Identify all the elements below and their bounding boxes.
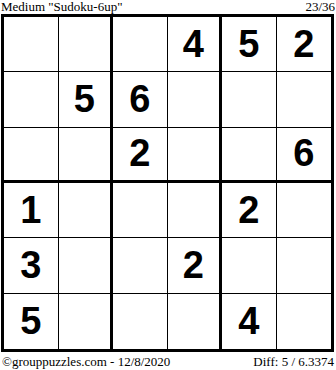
given-cell-r2c2: 5	[59, 72, 114, 127]
given-cell-r6c5: 4	[222, 294, 277, 349]
empty-cell-r6c4[interactable]	[168, 294, 223, 349]
given-cell-r5c4: 2	[168, 238, 223, 293]
empty-cell-r3c5[interactable]	[222, 128, 277, 183]
empty-cell-r1c2[interactable]	[59, 17, 114, 72]
empty-cell-r4c4[interactable]	[168, 183, 223, 238]
empty-cell-r6c2[interactable]	[59, 294, 114, 349]
given-digit: 2	[183, 244, 204, 287]
empty-cell-r6c3[interactable]	[113, 294, 168, 349]
empty-cell-r3c4[interactable]	[168, 128, 223, 183]
difficulty-text: Diff: 5 / 6.3374	[253, 354, 334, 369]
empty-cell-r4c3[interactable]	[113, 183, 168, 238]
empty-cell-r6c6[interactable]	[277, 294, 332, 349]
empty-cell-r4c2[interactable]	[59, 183, 114, 238]
given-cell-r4c5: 2	[222, 183, 277, 238]
empty-cell-r3c2[interactable]	[59, 128, 114, 183]
given-cell-r1c5: 5	[222, 17, 277, 72]
given-digit: 2	[238, 189, 259, 232]
given-digit: 5	[238, 23, 259, 66]
empty-cell-r1c1[interactable]	[4, 17, 59, 72]
empty-cell-r1c3[interactable]	[113, 17, 168, 72]
given-cell-r2c3: 6	[113, 72, 168, 127]
empty-cell-r3c1[interactable]	[4, 128, 59, 183]
empty-cell-r5c2[interactable]	[59, 238, 114, 293]
given-cell-r3c3: 2	[113, 128, 168, 183]
empty-cell-r2c1[interactable]	[4, 72, 59, 127]
given-digit: 6	[129, 78, 150, 121]
given-digit: 3	[20, 244, 41, 287]
given-cell-r3c6: 6	[277, 128, 332, 183]
empty-cell-r5c5[interactable]	[222, 238, 277, 293]
sudoku-grid: 4525626123254	[1, 14, 334, 352]
given-digit: 4	[238, 300, 259, 343]
empty-cell-r2c4[interactable]	[168, 72, 223, 127]
puzzle-counter: 23/36	[305, 0, 335, 13]
given-digit: 6	[293, 132, 314, 175]
given-digit: 2	[293, 23, 314, 66]
given-cell-r6c1: 5	[4, 294, 59, 349]
empty-cell-r5c3[interactable]	[113, 238, 168, 293]
empty-cell-r2c6[interactable]	[277, 72, 332, 127]
given-cell-r4c1: 1	[4, 183, 59, 238]
puzzle-header: Medium "Sudoku-6up" 23/36	[0, 0, 336, 14]
copyright-text: ©grouppuzzles.com - 12/8/2020	[2, 354, 170, 369]
puzzle-title: Medium "Sudoku-6up"	[1, 0, 122, 13]
empty-cell-r2c5[interactable]	[222, 72, 277, 127]
empty-cell-r4c6[interactable]	[277, 183, 332, 238]
given-digit: 5	[74, 78, 95, 121]
given-digit: 5	[20, 300, 41, 343]
given-digit: 1	[20, 189, 41, 232]
given-digit: 4	[183, 23, 204, 66]
given-cell-r5c1: 3	[4, 238, 59, 293]
empty-cell-r5c6[interactable]	[277, 238, 332, 293]
given-cell-r1c4: 4	[168, 17, 223, 72]
given-cell-r1c6: 2	[277, 17, 332, 72]
given-digit: 2	[129, 132, 150, 175]
puzzle-footer: ©grouppuzzles.com - 12/8/2020 Diff: 5 / …	[0, 353, 336, 369]
